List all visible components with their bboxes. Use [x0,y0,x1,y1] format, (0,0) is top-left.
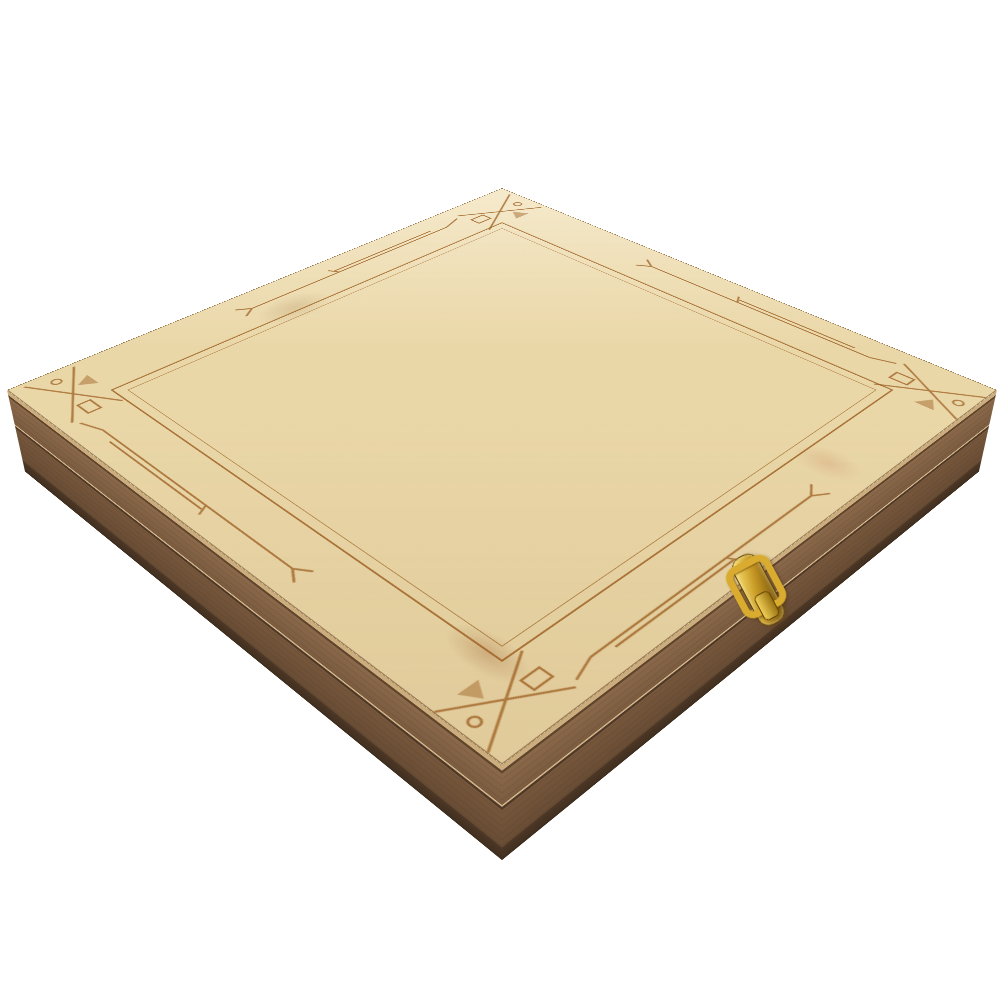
chess-box [7,188,997,764]
board-top-face [7,188,997,764]
product-photo-scene [0,0,1000,1000]
